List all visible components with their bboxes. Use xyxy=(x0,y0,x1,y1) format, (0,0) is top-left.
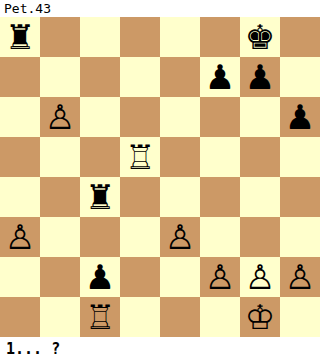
chess-diagram-page: Pet.43 ♜♚♟♟♙♟♖♜♙♙♟♙♙♙♖♔ 1... ? xyxy=(0,0,320,360)
square-h1[interactable] xyxy=(280,297,320,337)
square-a4[interactable] xyxy=(0,177,40,217)
square-f6[interactable] xyxy=(200,97,240,137)
square-f2[interactable]: ♙ xyxy=(200,257,240,297)
square-g1[interactable]: ♔ xyxy=(240,297,280,337)
square-b2[interactable] xyxy=(40,257,80,297)
square-c2[interactable]: ♟ xyxy=(80,257,120,297)
square-b7[interactable] xyxy=(40,57,80,97)
square-d4[interactable] xyxy=(120,177,160,217)
square-a7[interactable] xyxy=(0,57,40,97)
square-e1[interactable] xyxy=(160,297,200,337)
square-c5[interactable] xyxy=(80,137,120,177)
square-e8[interactable] xyxy=(160,17,200,57)
chess-board: ♜♚♟♟♙♟♖♜♙♙♟♙♙♙♖♔ xyxy=(0,17,320,337)
square-h6[interactable]: ♟ xyxy=(280,97,320,137)
square-e2[interactable] xyxy=(160,257,200,297)
square-c3[interactable] xyxy=(80,217,120,257)
square-a2[interactable] xyxy=(0,257,40,297)
square-e4[interactable] xyxy=(160,177,200,217)
square-c6[interactable] xyxy=(80,97,120,137)
square-b5[interactable] xyxy=(40,137,80,177)
square-h7[interactable] xyxy=(280,57,320,97)
square-e3[interactable]: ♙ xyxy=(160,217,200,257)
square-c1[interactable]: ♖ xyxy=(80,297,120,337)
square-f8[interactable] xyxy=(200,17,240,57)
square-c4[interactable]: ♜ xyxy=(80,177,120,217)
square-e6[interactable] xyxy=(160,97,200,137)
square-b8[interactable] xyxy=(40,17,80,57)
square-b3[interactable] xyxy=(40,217,80,257)
square-b1[interactable] xyxy=(40,297,80,337)
square-c8[interactable] xyxy=(80,17,120,57)
move-prompt: 1... ? xyxy=(0,337,320,360)
square-c7[interactable] xyxy=(80,57,120,97)
square-g3[interactable] xyxy=(240,217,280,257)
square-f5[interactable] xyxy=(200,137,240,177)
square-a5[interactable] xyxy=(0,137,40,177)
square-b4[interactable] xyxy=(40,177,80,217)
square-h8[interactable] xyxy=(280,17,320,57)
square-h4[interactable] xyxy=(280,177,320,217)
square-e5[interactable] xyxy=(160,137,200,177)
square-d3[interactable] xyxy=(120,217,160,257)
square-d2[interactable] xyxy=(120,257,160,297)
square-f7[interactable]: ♟ xyxy=(200,57,240,97)
square-g7[interactable]: ♟ xyxy=(240,57,280,97)
square-d5[interactable]: ♖ xyxy=(120,137,160,177)
square-d7[interactable] xyxy=(120,57,160,97)
square-f4[interactable] xyxy=(200,177,240,217)
square-d8[interactable] xyxy=(120,17,160,57)
diagram-title: Pet.43 xyxy=(0,0,320,17)
square-f1[interactable] xyxy=(200,297,240,337)
square-g5[interactable] xyxy=(240,137,280,177)
square-a6[interactable] xyxy=(0,97,40,137)
square-d1[interactable] xyxy=(120,297,160,337)
square-a1[interactable] xyxy=(0,297,40,337)
square-f3[interactable] xyxy=(200,217,240,257)
square-a8[interactable]: ♜ xyxy=(0,17,40,57)
square-g4[interactable] xyxy=(240,177,280,217)
square-b6[interactable]: ♙ xyxy=(40,97,80,137)
square-g6[interactable] xyxy=(240,97,280,137)
square-h3[interactable] xyxy=(280,217,320,257)
square-g8[interactable]: ♚ xyxy=(240,17,280,57)
square-g2[interactable]: ♙ xyxy=(240,257,280,297)
square-h2[interactable]: ♙ xyxy=(280,257,320,297)
square-d6[interactable] xyxy=(120,97,160,137)
square-e7[interactable] xyxy=(160,57,200,97)
square-h5[interactable] xyxy=(280,137,320,177)
square-a3[interactable]: ♙ xyxy=(0,217,40,257)
